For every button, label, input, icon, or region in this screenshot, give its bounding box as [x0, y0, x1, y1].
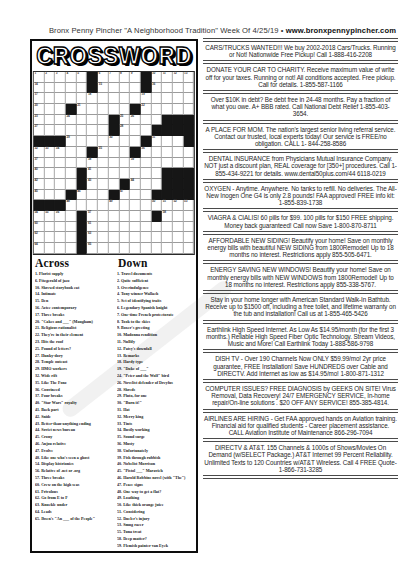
grid-cell — [183, 158, 194, 169]
grid-cell — [66, 93, 77, 104]
clue-item: 16. Aztec contemporary — [35, 305, 116, 312]
grid-cell — [162, 136, 173, 147]
classified-ad: Over $10K in debt? Be debt free in 24-48… — [203, 95, 398, 119]
grid-cell — [55, 179, 66, 190]
classified-ad: Earthlink High Speed Internet. As Low As… — [203, 325, 398, 349]
cell-number: 65 — [88, 243, 91, 247]
grid-cell — [183, 104, 194, 115]
cell-number: 15 — [99, 83, 102, 87]
cell-number: 32 — [34, 147, 37, 151]
cell-number: 40 — [34, 168, 37, 172]
clue-item: 15. Den — [35, 298, 116, 305]
grid-cell — [173, 147, 184, 158]
cell-number: 27 — [34, 125, 37, 129]
grid-cell — [162, 104, 173, 115]
grid-cell — [55, 158, 66, 169]
classified-ad: OXYGEN - Anytime. Anywhere. No tanks to … — [203, 184, 398, 208]
clue-item: 57. Three breaks — [35, 475, 116, 482]
grid-cell — [98, 168, 109, 179]
ad-separator — [203, 260, 398, 264]
grid-cell — [55, 190, 66, 201]
grid-cell — [66, 232, 77, 243]
grid-cell — [173, 104, 184, 115]
cell-number: 29 — [67, 136, 70, 140]
grid-cell — [130, 93, 141, 104]
grid-cell — [119, 93, 130, 104]
grid-cell — [55, 232, 66, 243]
clue-item: 35. Sound surge — [117, 434, 198, 441]
cell-number: 7 — [109, 72, 111, 76]
grid-cell — [98, 232, 109, 243]
grid-cell — [98, 243, 109, 254]
grid-cell: 4 — [66, 72, 77, 83]
black-cell — [162, 125, 173, 136]
grid-cell — [183, 243, 194, 254]
clue-item: 45. "Pistol ___" Maravich — [117, 468, 198, 475]
clue-item: 59. Flemish painter van Eyck — [117, 543, 198, 550]
cell-number: 42 — [34, 179, 37, 183]
classified-ads-column: CARS/TRUCKS WANTED!!! We buy 2002-2018 C… — [203, 37, 398, 480]
grid-cell: 31 — [151, 136, 162, 147]
grid-cell — [55, 222, 66, 233]
cell-number: 31 — [152, 136, 155, 140]
down-header: Down — [118, 257, 148, 269]
cell-number: 14 — [34, 83, 37, 87]
cell-number: 24 — [67, 115, 70, 119]
cell-number: 36 — [141, 147, 144, 151]
clue-item: 65. Ibsen's "An ___ of the People" — [35, 516, 116, 523]
clue-item: 50. Like thick orange juice — [117, 502, 198, 509]
cell-number: 35 — [99, 147, 102, 151]
grid-cell — [162, 243, 173, 254]
clue-item: 47. Evolve — [35, 448, 116, 455]
cell-number: 39 — [131, 158, 134, 162]
grid-cell — [162, 158, 173, 169]
clue-item: 12. Patsy's downfall — [117, 346, 198, 353]
grid-cell — [109, 147, 120, 158]
clue-item: 31. Hat — [117, 407, 198, 414]
grid-cell — [45, 179, 56, 190]
grid-cell — [98, 158, 109, 169]
cell-number: 52 — [173, 200, 176, 204]
grid-cell — [173, 243, 184, 254]
grid-cell — [66, 83, 77, 94]
grid-cell — [45, 93, 56, 104]
clue-item: 24. "Peter and the Wolf" bird — [117, 373, 198, 380]
grid-cell — [45, 222, 56, 233]
clue-item: 22. They're in their element — [35, 332, 116, 339]
grid-cell — [162, 93, 173, 104]
grid-cell — [130, 190, 141, 201]
crossword-title: CROSSWORD — [32, 41, 196, 70]
grid-cell — [55, 168, 66, 179]
grid-cell — [55, 104, 66, 115]
grid-cell — [130, 243, 141, 254]
ad-separator — [203, 149, 398, 153]
cell-number: 49 — [109, 200, 112, 204]
grid-cell — [66, 168, 77, 179]
black-cell — [183, 179, 194, 190]
grid-cell: 50 — [151, 200, 162, 211]
cell-number: 43 — [88, 179, 91, 183]
cell-number: 60 — [34, 222, 37, 226]
cell-number: 37 — [34, 158, 37, 162]
grid-cell — [77, 147, 88, 158]
clue-item: 28. Shreds — [117, 387, 198, 394]
grid-cell — [55, 125, 66, 136]
cell-number: 1 — [34, 72, 36, 76]
grid-cell — [98, 179, 109, 190]
grid-cell — [109, 222, 120, 233]
cell-number: 45 — [34, 190, 37, 194]
black-cell — [173, 125, 184, 136]
grid-cell: 48 — [66, 200, 77, 211]
clue-item: 5. Set of identifying traits — [117, 298, 198, 305]
grid-cell — [45, 243, 56, 254]
grid-cell — [98, 190, 109, 201]
grid-cell — [151, 179, 162, 190]
clue-item: 46. Harold Robbins novel (with "The") — [117, 475, 198, 482]
grid-cell — [141, 232, 152, 243]
grid-cell — [119, 232, 130, 243]
clue-item: 7. One-time French protectorate — [117, 312, 198, 319]
cell-number: 2 — [45, 72, 47, 76]
black-cell — [87, 147, 98, 158]
ad-separator — [203, 179, 398, 183]
clue-item: 28. Temple outcast — [35, 359, 116, 366]
grid-cell — [130, 136, 141, 147]
masthead-url: www.bronxpennypincher.com — [286, 26, 396, 35]
cell-number: 47 — [120, 190, 123, 194]
grid-cell — [130, 125, 141, 136]
grid-cell — [141, 179, 152, 190]
ad-separator — [203, 379, 398, 383]
grid-cell: 13 — [183, 72, 194, 83]
clue-item: 38. Unfortunately — [117, 448, 198, 455]
clue-item: 41. Back part — [35, 407, 116, 414]
clue-item: 61. Frivolous — [35, 489, 116, 496]
grid-cell — [45, 125, 56, 136]
crossword-grid-frame: 1234567891011121314151617181920212223242… — [33, 71, 195, 255]
grid-cell: 39 — [130, 158, 141, 169]
grid-cell — [119, 222, 130, 233]
classified-ad: DENTAL INSURANCE from Physicians Mutual … — [203, 154, 398, 178]
ad-separator — [203, 90, 398, 94]
grid-cell — [162, 232, 173, 243]
grid-cell — [119, 83, 130, 94]
grid-cell — [183, 93, 194, 104]
black-cell — [130, 147, 141, 158]
grid-cell: 16 — [151, 83, 162, 94]
clue-item: 25. Pound of letters? — [35, 346, 116, 353]
clue-item: 30. "Burn it!" — [117, 400, 198, 407]
grid-cell: 18 — [87, 93, 98, 104]
clue-item: 56. Relative of .net or .org — [35, 468, 116, 475]
grid-cell — [183, 211, 194, 222]
grid-cell: 9 — [130, 72, 141, 83]
grid-cell — [151, 222, 162, 233]
classified-ad: DONATE YOUR CAR TO CHARITY. Receive maxi… — [203, 65, 398, 89]
cell-number: 12 — [173, 72, 176, 76]
grid-cell: 27 — [34, 125, 45, 136]
clue-item: 8. Took to the skies — [117, 319, 198, 326]
cell-number: 22 — [141, 104, 144, 108]
grid-cell — [173, 83, 184, 94]
cell-number: 8 — [120, 72, 122, 76]
grid-cell — [173, 222, 184, 233]
grid-cell — [77, 158, 88, 169]
cell-number: 33 — [45, 147, 48, 151]
grid-cell — [119, 158, 130, 169]
grid-cell — [98, 211, 109, 222]
clue-item: 33. Tints — [117, 421, 198, 428]
classified-ad: ENERGY SAVING NEW WINDOWS! Beautify your… — [203, 265, 398, 289]
clue-item: 9. Boxer's greeting — [117, 325, 198, 332]
grid-cell — [45, 104, 56, 115]
black-cell — [109, 115, 120, 126]
clue-item: 27. Hunky-dory — [35, 353, 116, 360]
grid-cell — [173, 93, 184, 104]
grid-cell — [141, 125, 152, 136]
clue-item: 51. Considering — [117, 509, 198, 516]
grid-cell — [109, 179, 120, 190]
cell-number: 62 — [34, 232, 37, 236]
cell-number: 5 — [77, 72, 79, 76]
cell-number: 3 — [56, 72, 58, 76]
classified-ad: DIRECTV & AT&T. 155 Channels & 1000s of … — [203, 443, 398, 474]
cell-number: 23 — [34, 115, 37, 119]
grid-cell: 53 — [183, 200, 194, 211]
cell-number: 63 — [88, 232, 91, 236]
grid-cell — [77, 125, 88, 136]
grid-cell — [151, 243, 162, 254]
clue-item: 36. Musty — [117, 441, 198, 448]
clue-item: 10. Shrewd storybook cat — [35, 285, 116, 292]
grid-cell: 11 — [162, 72, 173, 83]
clue-item: 34. Busily working — [117, 427, 198, 434]
clue-item: 63. Knuckle under — [35, 502, 116, 509]
clue-item: 64. Leads — [35, 509, 116, 516]
ad-separator — [203, 320, 398, 324]
grid-cell: 65 — [87, 243, 98, 254]
grid-cell — [66, 211, 77, 222]
grid-cell — [87, 136, 98, 147]
cell-number: 18 — [88, 93, 91, 97]
grid-cell — [141, 158, 152, 169]
black-cell — [173, 115, 184, 126]
grid-cell — [45, 168, 56, 179]
ad-separator — [203, 349, 398, 353]
grid-cell: 42 — [34, 179, 45, 190]
clue-item: 32. Merry king — [117, 414, 198, 421]
clue-item: 32. Wide rift — [35, 373, 116, 380]
crossword-section: CROSSWORD 123456789101112131415161718192… — [30, 39, 198, 553]
clue-item: 3. Overindulgence — [117, 285, 198, 292]
clue-item: 49. Loathing — [117, 495, 198, 502]
cell-number: 55 — [45, 211, 48, 215]
clue-item: 26. Novelist defender of Dreyfus — [117, 380, 198, 387]
grid-cell: 3 — [55, 72, 66, 83]
grid-cell — [141, 222, 152, 233]
grid-cell — [45, 190, 56, 201]
clue-item: 35. Like The Fonz — [35, 380, 116, 387]
grid-cell: 26 — [130, 115, 141, 126]
grid-cell — [162, 222, 173, 233]
black-cell — [162, 179, 173, 190]
grid-cell — [87, 115, 98, 126]
black-cell — [162, 168, 173, 179]
grid-cell — [55, 93, 66, 104]
ad-separator — [203, 475, 398, 479]
cell-number: 11 — [163, 72, 166, 76]
grid-cell — [109, 232, 120, 243]
cell-number: 57 — [88, 211, 91, 215]
grid-cell — [109, 243, 120, 254]
grid-cell — [87, 104, 98, 115]
clue-item: 48. One way to get a flat? — [117, 489, 198, 496]
grid-cell — [55, 83, 66, 94]
black-cell — [77, 243, 88, 254]
cell-number: 4 — [67, 72, 69, 76]
masthead-text: Bronx Penny Pincher "A Neighborhood Trad… — [49, 26, 286, 35]
classified-ad: Stay in your home longer with American S… — [203, 295, 398, 319]
grid-cell: 49 — [109, 200, 120, 211]
ad-separator — [203, 438, 398, 442]
across-clue-list: 1. Florist supply6. Fitzgerald of jazz10… — [35, 271, 116, 522]
clue-item: 37. Four breaks — [35, 393, 116, 400]
cell-number: 64 — [34, 243, 37, 247]
grid-cell — [162, 83, 173, 94]
grid-cell — [66, 147, 77, 158]
cell-number: 25 — [120, 115, 123, 119]
clue-item: 48. Like one who's seen a ghost — [35, 455, 116, 462]
clue-item: 6. Fitzgerald of jazz — [35, 278, 116, 285]
grid-cell: 32 — [34, 147, 45, 158]
cell-number: 34 — [56, 147, 59, 151]
classified-ad: AIRLINES ARE HIRING - Get FAA approved h… — [203, 414, 398, 438]
clue-item: 45. Crony — [35, 434, 116, 441]
clue-item: 17. Three breaks — [35, 312, 116, 319]
ad-separator — [203, 208, 398, 212]
grid-cell: 12 — [173, 72, 184, 83]
grid-cell — [119, 136, 130, 147]
grid-cell — [151, 147, 162, 158]
cell-number: 46 — [77, 190, 80, 194]
grid-cell — [119, 211, 130, 222]
grid-cell — [77, 115, 88, 126]
grid-cell: 36 — [141, 147, 152, 158]
grid-cell — [130, 222, 141, 233]
across-header: Across — [35, 257, 69, 269]
grid-cell — [45, 158, 56, 169]
grid-cell — [119, 147, 130, 158]
cell-number: 51 — [163, 200, 166, 204]
grid-cell — [98, 222, 109, 233]
grid-cell — [173, 211, 184, 222]
grid-cell — [183, 147, 194, 158]
grid-cell — [183, 83, 194, 94]
grid-cell: 29 — [66, 136, 77, 147]
black-cell — [183, 168, 194, 179]
classified-ad: A PLACE FOR MOM. The nation's largest se… — [203, 125, 398, 149]
cell-number: 58 — [163, 211, 166, 215]
clue-item: 18. Hardy type — [117, 359, 198, 366]
newspaper-page: Bronx Penny Pincher "A Neighborhood Trad… — [0, 0, 400, 574]
cell-number: 28 — [120, 125, 123, 129]
grid-cell — [151, 158, 162, 169]
grid-cell — [119, 168, 130, 179]
ad-separator — [203, 120, 398, 124]
clue-item: 4. Tony winner Wallach — [117, 291, 198, 298]
clue-item: 29. HMO workers — [35, 366, 116, 373]
grid-cell: 56 — [55, 211, 66, 222]
classified-ad: COMPUTER ISSUES? FREE DIAGNOSIS by GEEKS… — [203, 384, 398, 408]
black-cell — [173, 168, 184, 179]
cell-number: 56 — [56, 211, 59, 215]
grid-cell — [151, 104, 162, 115]
cell-number: 10 — [152, 72, 155, 76]
clue-item: 40. Nobelist Morrison — [117, 461, 198, 468]
grid-cell — [109, 158, 120, 169]
clue-item: 52. Dueler's injury — [117, 516, 198, 523]
grid-cell — [141, 115, 152, 126]
cell-number: 44 — [131, 179, 134, 183]
grid-cell — [98, 125, 109, 136]
grid-cell — [66, 179, 77, 190]
clue-item: 13. Remarks — [117, 353, 198, 360]
grid-cell: 15 — [98, 83, 109, 94]
black-cell — [77, 232, 88, 243]
grid-cell: 55 — [45, 211, 56, 222]
grid-cell: 46 — [77, 190, 88, 201]
clue-item: 19. "Duke of ___" — [117, 366, 198, 373]
grid-cell — [119, 243, 130, 254]
grid-cell — [98, 93, 109, 104]
grid-cell: 47 — [119, 190, 130, 201]
grid-cell: 58 — [162, 211, 173, 222]
cell-number: 61 — [88, 222, 91, 226]
grid-cell — [151, 168, 162, 179]
clue-item: 10. Madonna rendition — [117, 332, 198, 339]
grid-cell — [119, 200, 130, 211]
clue-item: 11. Nullify — [117, 339, 198, 346]
cell-number: 6 — [99, 72, 101, 76]
grid-cell — [45, 232, 56, 243]
grid-cell: 28 — [119, 125, 130, 136]
cell-number: 54 — [34, 211, 37, 215]
grid-cell — [66, 243, 77, 254]
ad-separator — [203, 231, 398, 235]
grid-cell — [141, 243, 152, 254]
grid-cell — [98, 115, 109, 126]
black-cell — [183, 136, 194, 147]
clue-item: 54. Display histrionics — [35, 461, 116, 468]
clue-item: 43. Better-than-anything ending — [35, 421, 116, 428]
grid-cell — [66, 158, 77, 169]
clue-item: 58. Deep matter? — [117, 536, 198, 543]
grid-cell — [55, 115, 66, 126]
classified-ad: CARS/TRUCKS WANTED!!! We buy 2002-2018 C… — [203, 43, 398, 59]
grid-cell — [66, 222, 77, 233]
black-cell — [162, 115, 173, 126]
grid-cell: 5 — [77, 72, 88, 83]
grid-cell — [87, 125, 98, 136]
grid-cell — [151, 115, 162, 126]
classified-ad: AFFORDABLE NEW SIDING! Beautify your hom… — [203, 236, 398, 260]
black-cell — [119, 179, 130, 190]
grid-cell — [98, 200, 109, 211]
grid-cell — [109, 211, 120, 222]
